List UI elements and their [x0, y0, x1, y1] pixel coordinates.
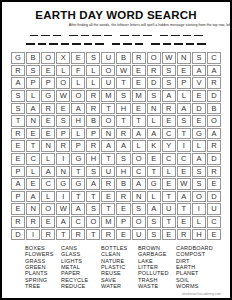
grid-cell[interactable]: E [177, 216, 191, 228]
grid-cell[interactable]: A [26, 103, 40, 115]
grid-cell[interactable]: S [192, 166, 206, 178]
grid-cell[interactable]: O [86, 216, 100, 228]
grid-cell[interactable]: G [56, 178, 70, 190]
grid-cell[interactable]: T [177, 203, 191, 215]
grid-cell[interactable]: S [116, 90, 130, 102]
grid-cell[interactable]: P [71, 140, 85, 152]
letter-blank [132, 35, 141, 37]
grid-cell[interactable]: A [26, 191, 40, 203]
grid-cell[interactable]: A [132, 128, 146, 140]
grid-cell[interactable]: T [86, 229, 100, 241]
grid-cell[interactable]: H [116, 166, 130, 178]
letter-blank [81, 35, 90, 37]
letter-blank [194, 35, 203, 37]
letter-blank [123, 43, 132, 45]
grid-cell[interactable]: E [162, 229, 176, 241]
word-list-item: REDUCE [61, 283, 101, 289]
grid-cell[interactable]: A [56, 216, 70, 228]
grid-cell[interactable]: S [147, 90, 161, 102]
grid-cell[interactable]: S [56, 115, 70, 127]
grid-cell[interactable]: E [116, 203, 130, 215]
grid-cell[interactable]: O [192, 191, 206, 203]
grid-cell[interactable]: W [162, 52, 176, 64]
word-list-column: BROWNGARBAGELAKELITTERPOLLUTEDTRASHWASTE [138, 245, 176, 289]
grid-cell[interactable]: N [132, 191, 146, 203]
grid-cell[interactable]: E [147, 153, 161, 165]
letter-blank [197, 43, 206, 45]
grid-cell[interactable]: C [26, 153, 40, 165]
grid-cell[interactable]: C [162, 153, 176, 165]
grid-cell[interactable]: E [132, 65, 146, 77]
grid-cell[interactable]: D [11, 229, 25, 241]
grid-cell[interactable]: C [162, 128, 176, 140]
grid-cell[interactable]: S [147, 216, 161, 228]
grid-cell[interactable]: L [56, 65, 70, 77]
letter-blank [183, 35, 192, 37]
grid-cell[interactable]: R [26, 216, 40, 228]
grid-cell[interactable]: U [101, 166, 115, 178]
grid-cell[interactable]: S [11, 103, 25, 115]
grid-cell[interactable]: N [26, 115, 40, 127]
grid-cell[interactable]: R [116, 191, 130, 203]
grid-cell[interactable]: O [101, 65, 115, 77]
grid-cell[interactable]: V [192, 77, 206, 89]
grid-cell[interactable]: R [177, 229, 191, 241]
grid-cell[interactable]: L [86, 65, 100, 77]
grid-cell[interactable]: E [177, 65, 191, 77]
grid-cell[interactable]: R [207, 166, 221, 178]
word-list-item: TREE [25, 283, 61, 289]
grid-cell[interactable]: G [71, 178, 85, 190]
grid-cell[interactable]: S [162, 65, 176, 77]
grid-cell[interactable]: E [207, 178, 221, 190]
grid-cell[interactable]: T [56, 229, 70, 241]
word-list-item: WATER [101, 283, 138, 289]
grid-cell[interactable]: T [101, 153, 115, 165]
grid-cell[interactable]: R [147, 65, 161, 77]
grid-cell[interactable]: H [71, 115, 85, 127]
grid-cell[interactable]: P [11, 191, 25, 203]
grid-cell[interactable]: L [26, 90, 40, 102]
word-search-grid: GBOXESUBROWNSCRSELFLOWERSEAAAPPOLLUTEDSP… [11, 52, 221, 240]
word-list: BOXESFLOWERSGRASSGREENPLANTSSPRINGTREECA… [11, 245, 221, 289]
grid-cell[interactable]: E [11, 153, 25, 165]
grid-cell[interactable]: T [86, 191, 100, 203]
grid-cell[interactable]: E [132, 103, 146, 115]
grid-cell[interactable]: B [116, 178, 130, 190]
grid-cell[interactable]: S [132, 203, 146, 215]
grid-cell[interactable]: E [56, 103, 70, 115]
grid-cell[interactable]: O [132, 216, 146, 228]
letter-blank [163, 43, 172, 45]
grid-cell[interactable]: B [26, 52, 40, 64]
letter-blank [49, 43, 58, 45]
grid-cell[interactable]: L [177, 90, 191, 102]
letter-blank [143, 35, 152, 37]
grid-cell[interactable]: R [56, 140, 70, 152]
grid-cell[interactable]: W [56, 90, 70, 102]
grid-cell[interactable]: A [177, 103, 191, 115]
grid-cell[interactable]: S [177, 115, 191, 127]
grid-cell[interactable]: H [116, 103, 130, 115]
word-list-column: BOTTLESCLEANNATUREPLASTICREUSESAVEWATER [101, 245, 138, 289]
grid-cell[interactable]: R [162, 103, 176, 115]
grid-cell[interactable]: E [71, 52, 85, 64]
letter-blank [84, 43, 93, 45]
letter-blank [151, 43, 160, 45]
grid-cell[interactable]: E [177, 166, 191, 178]
grid-cell[interactable]: A [207, 128, 221, 140]
grid-cell[interactable]: R [86, 103, 100, 115]
grid-cell[interactable]: G [71, 153, 85, 165]
grid-cell[interactable]: E [41, 115, 55, 127]
grid-cell[interactable]: N [101, 128, 115, 140]
grid-cell[interactable]: A [11, 77, 25, 89]
letter-blank [135, 43, 144, 45]
grid-cell[interactable]: D [147, 77, 161, 89]
grid-cell[interactable]: T [147, 166, 161, 178]
grid-cell[interactable]: C [71, 216, 85, 228]
grid-cell[interactable]: D [192, 103, 206, 115]
grid-cell[interactable]: L [41, 191, 55, 203]
grid-cell[interactable]: O [71, 90, 85, 102]
grid-cell[interactable]: S [147, 229, 161, 241]
grid-cell[interactable]: I [56, 191, 70, 203]
grid-cell[interactable]: R [86, 90, 100, 102]
word-list-column: CANSGLASSLIGHTSMETALPAPERRECYCLEREDUCE [61, 245, 101, 289]
grid-cell[interactable]: P [86, 128, 100, 140]
grid-cell[interactable]: T [26, 140, 40, 152]
grid-cell[interactable]: R [41, 103, 55, 115]
grid-cell[interactable]: R [41, 229, 55, 241]
grid-cell[interactable]: N [56, 166, 70, 178]
grid-cell[interactable]: S [116, 153, 130, 165]
grid-cell[interactable]: R [11, 128, 25, 140]
grid-cell[interactable]: S [86, 203, 100, 215]
grid-cell[interactable]: P [177, 77, 191, 89]
letter-blank [41, 35, 50, 37]
grid-cell[interactable]: W [177, 178, 191, 190]
grid-cell[interactable]: T [116, 115, 130, 127]
grid-cell[interactable]: A [116, 140, 130, 152]
grid-cell[interactable]: R [101, 178, 115, 190]
grid-cell[interactable]: Y [162, 140, 176, 152]
grid-cell[interactable]: O [41, 203, 55, 215]
grid-cell[interactable]: U [132, 229, 146, 241]
grid-cell[interactable]: E [162, 115, 176, 127]
grid-cell[interactable]: A [147, 128, 161, 140]
letter-blank [26, 43, 35, 45]
grid-cell[interactable]: S [86, 52, 100, 64]
grid-cell[interactable]: A [147, 203, 161, 215]
grid-cell[interactable]: L [147, 191, 161, 203]
blank-word [69, 35, 112, 37]
puzzle-instructions-row: After finding all the words, the leftove… [11, 23, 221, 30]
blank-word [26, 43, 104, 45]
grid-cell[interactable]: T [132, 115, 146, 127]
letter-blank [112, 43, 121, 45]
grid-cell[interactable]: A [177, 191, 191, 203]
grid-cell[interactable]: L [71, 77, 85, 89]
grid-cell[interactable]: H [192, 229, 206, 241]
blank-word [120, 35, 152, 37]
grid-cell[interactable]: E [11, 203, 25, 215]
grid-cell[interactable]: W [116, 65, 130, 77]
grid-cell[interactable]: G [147, 178, 161, 190]
grid-cell[interactable]: D [207, 90, 221, 102]
grid-cell[interactable]: W [56, 203, 70, 215]
grid-cell[interactable]: L [162, 166, 176, 178]
grid-cell[interactable]: S [192, 52, 206, 64]
grid-cell[interactable]: C [41, 178, 55, 190]
grid-cell[interactable]: T [116, 77, 130, 89]
grid-cell[interactable]: L [147, 115, 161, 127]
blank-word [151, 43, 206, 45]
grid-cell[interactable]: P [116, 216, 130, 228]
grid-cell[interactable]: L [71, 128, 85, 140]
word-list-column: CARDBOARDCOMPOSTDIRTEARTHPLANETSOILWORMS [176, 245, 221, 289]
grid-cell[interactable]: N [26, 203, 40, 215]
grid-cell[interactable]: P [26, 77, 40, 89]
grid-cell[interactable]: E [116, 229, 130, 241]
grid-cell[interactable]: L [26, 166, 40, 178]
grid-cell[interactable]: B [207, 103, 221, 115]
grid-cell[interactable]: T [162, 216, 176, 228]
grid-cell[interactable]: E [101, 191, 115, 203]
grid-cell[interactable]: S [86, 166, 100, 178]
grid-cell[interactable]: C [207, 52, 221, 64]
grid-cell[interactable]: P [41, 77, 55, 89]
letter-blank [92, 35, 101, 37]
grid-cell[interactable]: R [71, 229, 85, 241]
hidden-message-blanks [11, 35, 221, 46]
grid-cell[interactable]: S [11, 90, 25, 102]
grid-cell[interactable]: E [26, 178, 40, 190]
grid-cell[interactable]: S [162, 77, 176, 89]
grid-cell[interactable]: H [86, 153, 100, 165]
grid-cell[interactable]: G [41, 90, 55, 102]
grid-cell[interactable]: A [162, 90, 176, 102]
grid-cell[interactable]: N [41, 140, 55, 152]
letter-blank [171, 35, 180, 37]
grid-cell[interactable]: E [11, 140, 25, 152]
blank-word [160, 35, 203, 37]
grid-cell[interactable]: I [26, 229, 40, 241]
grid-cell[interactable]: N [147, 103, 161, 115]
grid-cell[interactable]: I [56, 153, 70, 165]
letter-blank [69, 35, 78, 37]
grid-cell[interactable]: D [207, 191, 221, 203]
grid-cell[interactable]: M [101, 90, 115, 102]
grid-cell[interactable]: O [101, 115, 115, 127]
grid-cell[interactable]: L [192, 140, 206, 152]
letter-blank [160, 35, 169, 37]
grid-cell[interactable]: T [11, 115, 25, 127]
grid-cell[interactable]: F [71, 65, 85, 77]
grid-cell[interactable]: L [86, 77, 100, 89]
hidden-message-line-1 [11, 35, 221, 37]
letter-blank [95, 43, 104, 45]
grid-cell[interactable]: P [56, 128, 70, 140]
grid-cell[interactable]: K [147, 140, 161, 152]
grid-cell[interactable]: E [192, 115, 206, 127]
letter-blank [53, 35, 62, 37]
grid-cell[interactable]: R [116, 128, 130, 140]
grid-cell[interactable]: R [132, 52, 146, 64]
grid-cell[interactable]: R [86, 140, 100, 152]
grid-cell[interactable]: A [11, 178, 25, 190]
grid-cell[interactable]: A [101, 140, 115, 152]
letter-blank [104, 35, 113, 37]
letter-blank [30, 35, 39, 37]
grid-cell[interactable]: I [177, 140, 191, 152]
grid-cell[interactable]: A [41, 166, 55, 178]
grid-cell[interactable]: O [56, 77, 70, 89]
grid-cell[interactable]: O [207, 115, 221, 127]
watermark: wordsearchacademy.com [181, 292, 221, 296]
letter-blank [186, 43, 195, 45]
grid-cell[interactable]: U [101, 77, 115, 89]
grid-cell[interactable]: T [177, 128, 191, 140]
grid-cell[interactable]: E [26, 128, 40, 140]
grid-cell[interactable]: C [177, 153, 191, 165]
grid-cell[interactable]: O [147, 52, 161, 64]
letter-blank [174, 43, 183, 45]
grid-cell[interactable]: R [207, 77, 221, 89]
grid-cell[interactable]: B [116, 52, 130, 64]
grid-cell[interactable]: I [192, 203, 206, 215]
grid-cell[interactable]: B [86, 115, 100, 127]
hidden-message-line-2 [11, 43, 221, 45]
grid-cell[interactable]: U [101, 52, 115, 64]
grid-cell[interactable]: R [11, 216, 25, 228]
grid-cell[interactable]: U [162, 203, 176, 215]
grid-cell[interactable]: R [101, 229, 115, 241]
grid-cell[interactable]: L [192, 216, 206, 228]
grid-cell[interactable]: A [192, 65, 206, 77]
grid-cell[interactable]: E [41, 216, 55, 228]
grid-cell[interactable]: O [132, 153, 146, 165]
grid-cell[interactable]: L [132, 140, 146, 152]
puzzle-instructions: After finding all the words, the leftove… [69, 23, 164, 27]
word-list-item: WORMS [176, 283, 221, 289]
grid-cell[interactable]: M [132, 90, 146, 102]
grid-cell[interactable]: G [192, 128, 206, 140]
grid-cell[interactable]: E [41, 128, 55, 140]
grid-cell[interactable]: C [207, 216, 221, 228]
letter-blank [72, 43, 81, 45]
blank-word [30, 35, 62, 37]
grid-cell[interactable]: A [132, 178, 146, 190]
grid-cell[interactable]: R [207, 140, 221, 152]
grid-cell[interactable]: D [207, 153, 221, 165]
grid-cell[interactable]: U [207, 203, 221, 215]
grid-cell[interactable]: A [207, 65, 221, 77]
letter-blank [120, 35, 129, 37]
grid-cell[interactable]: A [71, 103, 85, 115]
grid-cell[interactable]: X [56, 52, 70, 64]
grid-cell[interactable]: T [71, 191, 85, 203]
worksheet-page: EARTH DAY WORD SEARCH After finding all … [0, 0, 232, 300]
grid-cell[interactable]: T [162, 191, 176, 203]
grid-cell[interactable]: T [101, 103, 115, 115]
grid-cell[interactable]: E [207, 229, 221, 241]
grid-cell[interactable]: P [11, 166, 25, 178]
grid-cell[interactable]: A [192, 153, 206, 165]
grid-cell[interactable]: N [177, 52, 191, 64]
grid-cell[interactable]: T [101, 203, 115, 215]
letter-blank [61, 43, 70, 45]
grid-cell[interactable]: C [132, 166, 146, 178]
grid-cell[interactable]: S [26, 65, 40, 77]
grid-cell[interactable]: E [162, 178, 176, 190]
grid-cell[interactable]: E [192, 90, 206, 102]
grid-cell[interactable]: T [71, 166, 85, 178]
word-list-column: BOXESFLOWERSGRASSGREENPLANTSSPRINGTREE [25, 245, 61, 289]
grid-cell[interactable]: A [86, 178, 100, 190]
grid-cell[interactable]: E [132, 77, 146, 89]
grid-cell[interactable]: S [192, 178, 206, 190]
grid-cell[interactable]: G [11, 52, 25, 64]
grid-cell[interactable]: L [41, 153, 55, 165]
word-list-item: WASTE [138, 283, 176, 289]
blank-word [112, 43, 144, 45]
grid-cell[interactable]: O [41, 52, 55, 64]
grid-cell[interactable]: E [41, 65, 55, 77]
grid-cell[interactable]: M [101, 216, 115, 228]
letter-blank [38, 43, 47, 45]
grid-cell[interactable]: A [71, 203, 85, 215]
grid-cell[interactable]: R [11, 65, 25, 77]
puzzle-title: EARTH DAY WORD SEARCH [11, 9, 221, 22]
